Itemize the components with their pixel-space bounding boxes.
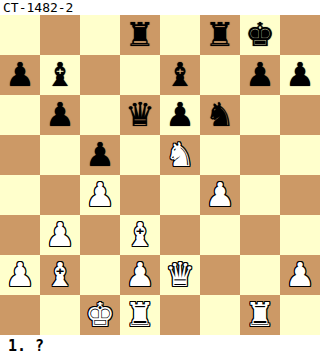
square-b8[interactable] [40, 15, 80, 55]
square-b5[interactable] [40, 135, 80, 175]
square-g4[interactable] [240, 175, 280, 215]
white-pawn: ♟ [285, 255, 315, 295]
square-f8[interactable]: ♜ [200, 15, 240, 55]
square-h5[interactable] [280, 135, 320, 175]
square-a6[interactable] [0, 95, 40, 135]
black-pawn: ♟ [45, 95, 75, 135]
square-e3[interactable] [160, 215, 200, 255]
square-b1[interactable] [40, 295, 80, 335]
square-c1[interactable]: ♚ [80, 295, 120, 335]
square-e1[interactable] [160, 295, 200, 335]
square-e6[interactable]: ♟ [160, 95, 200, 135]
square-b6[interactable]: ♟ [40, 95, 80, 135]
move-prompt: 1. ? [0, 335, 320, 360]
square-d5[interactable] [120, 135, 160, 175]
square-g8[interactable]: ♚ [240, 15, 280, 55]
white-knight: ♞ [165, 135, 195, 175]
square-g2[interactable] [240, 255, 280, 295]
white-pawn: ♟ [125, 255, 155, 295]
square-h1[interactable] [280, 295, 320, 335]
white-pawn: ♟ [205, 175, 235, 215]
white-bishop: ♝ [45, 255, 75, 295]
square-a5[interactable] [0, 135, 40, 175]
square-a8[interactable] [0, 15, 40, 55]
square-h6[interactable] [280, 95, 320, 135]
white-pawn: ♟ [5, 255, 35, 295]
black-pawn: ♟ [165, 95, 195, 135]
white-bishop: ♝ [125, 215, 155, 255]
black-queen: ♛ [125, 95, 155, 135]
black-pawn: ♟ [85, 135, 115, 175]
square-d4[interactable] [120, 175, 160, 215]
square-e5[interactable]: ♞ [160, 135, 200, 175]
black-bishop: ♝ [45, 55, 75, 95]
square-c8[interactable] [80, 15, 120, 55]
square-h8[interactable] [280, 15, 320, 55]
square-c2[interactable] [80, 255, 120, 295]
square-h2[interactable]: ♟ [280, 255, 320, 295]
square-a1[interactable] [0, 295, 40, 335]
square-a4[interactable] [0, 175, 40, 215]
square-f3[interactable] [200, 215, 240, 255]
square-h7[interactable]: ♟ [280, 55, 320, 95]
black-pawn: ♟ [285, 55, 315, 95]
black-rook: ♜ [125, 15, 155, 55]
white-king: ♚ [85, 295, 115, 335]
square-a3[interactable] [0, 215, 40, 255]
square-g5[interactable] [240, 135, 280, 175]
square-h4[interactable] [280, 175, 320, 215]
square-c4[interactable]: ♟ [80, 175, 120, 215]
white-pawn: ♟ [45, 215, 75, 255]
square-d7[interactable] [120, 55, 160, 95]
square-g6[interactable] [240, 95, 280, 135]
square-c6[interactable] [80, 95, 120, 135]
square-a2[interactable]: ♟ [0, 255, 40, 295]
black-knight: ♞ [205, 95, 235, 135]
square-a7[interactable]: ♟ [0, 55, 40, 95]
square-b4[interactable] [40, 175, 80, 215]
square-d8[interactable]: ♜ [120, 15, 160, 55]
square-d2[interactable]: ♟ [120, 255, 160, 295]
square-e8[interactable] [160, 15, 200, 55]
white-rook: ♜ [245, 295, 275, 335]
black-rook: ♜ [205, 15, 235, 55]
square-g7[interactable]: ♟ [240, 55, 280, 95]
square-b7[interactable]: ♝ [40, 55, 80, 95]
square-f4[interactable]: ♟ [200, 175, 240, 215]
square-e2[interactable]: ♛ [160, 255, 200, 295]
chess-board: ♜♜♚♟♝♝♟♟♟♛♟♞♟♞♟♟♟♝♟♝♟♛♟♚♜♜ [0, 15, 320, 335]
square-h3[interactable] [280, 215, 320, 255]
square-c3[interactable] [80, 215, 120, 255]
white-pawn: ♟ [85, 175, 115, 215]
square-f7[interactable] [200, 55, 240, 95]
square-g1[interactable]: ♜ [240, 295, 280, 335]
square-b3[interactable]: ♟ [40, 215, 80, 255]
square-c5[interactable]: ♟ [80, 135, 120, 175]
black-pawn: ♟ [245, 55, 275, 95]
square-d1[interactable]: ♜ [120, 295, 160, 335]
square-f6[interactable]: ♞ [200, 95, 240, 135]
square-f2[interactable] [200, 255, 240, 295]
black-king: ♚ [245, 15, 275, 55]
square-e4[interactable] [160, 175, 200, 215]
square-d3[interactable]: ♝ [120, 215, 160, 255]
black-pawn: ♟ [5, 55, 35, 95]
puzzle-title: CT-1482-2 [0, 0, 320, 15]
square-g3[interactable] [240, 215, 280, 255]
square-d6[interactable]: ♛ [120, 95, 160, 135]
black-bishop: ♝ [165, 55, 195, 95]
square-f5[interactable] [200, 135, 240, 175]
square-f1[interactable] [200, 295, 240, 335]
square-c7[interactable] [80, 55, 120, 95]
white-rook: ♜ [125, 295, 155, 335]
square-b2[interactable]: ♝ [40, 255, 80, 295]
square-e7[interactable]: ♝ [160, 55, 200, 95]
white-queen: ♛ [165, 255, 195, 295]
